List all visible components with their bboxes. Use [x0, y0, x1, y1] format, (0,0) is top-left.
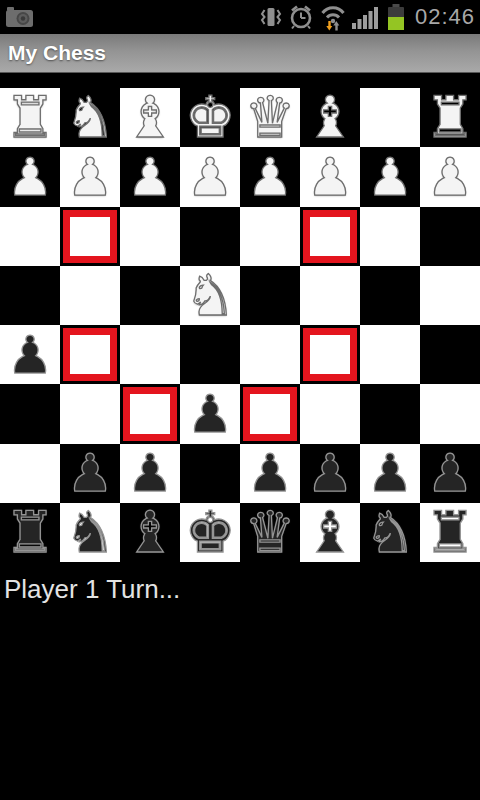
black-pawn: ♟	[67, 447, 114, 499]
legal-move-highlight	[123, 387, 177, 440]
square-r4c3[interactable]	[120, 266, 180, 325]
white-rook: ♜	[424, 89, 475, 146]
square-r2c5[interactable]: ♟	[240, 147, 300, 206]
white-pawn: ♟	[127, 151, 174, 203]
square-r4c4[interactable]: ♞	[180, 266, 240, 325]
square-r7c8[interactable]: ♟	[420, 444, 480, 503]
square-r6c1[interactable]	[0, 384, 60, 443]
legal-move-highlight	[63, 328, 117, 381]
square-r2c6[interactable]: ♟	[300, 147, 360, 206]
square-r4c1[interactable]	[0, 266, 60, 325]
square-r8c2[interactable]: ♞	[60, 503, 120, 562]
square-r7c1[interactable]	[0, 444, 60, 503]
white-knight: ♞	[184, 267, 235, 324]
alarm-clock-icon	[288, 4, 314, 30]
square-r2c7[interactable]: ♟	[360, 147, 420, 206]
white-pawn: ♟	[187, 151, 234, 203]
square-r3c8[interactable]	[420, 207, 480, 266]
square-r1c6[interactable]: ♝	[300, 88, 360, 147]
square-r7c6[interactable]: ♟	[300, 444, 360, 503]
square-r6c6[interactable]	[300, 384, 360, 443]
square-r5c2[interactable]	[60, 325, 120, 384]
square-r2c8[interactable]: ♟	[420, 147, 480, 206]
square-r8c6[interactable]: ♝	[300, 503, 360, 562]
black-pawn: ♟	[187, 388, 234, 440]
square-r4c6[interactable]	[300, 266, 360, 325]
black-pawn: ♟	[7, 329, 54, 381]
square-r3c7[interactable]	[360, 207, 420, 266]
square-r5c5[interactable]	[240, 325, 300, 384]
square-r5c3[interactable]	[120, 325, 180, 384]
legal-move-highlight	[303, 210, 357, 263]
white-pawn: ♟	[7, 151, 54, 203]
square-r1c4[interactable]: ♚	[180, 88, 240, 147]
square-r1c5[interactable]: ♛	[240, 88, 300, 147]
status-bar: 02:46	[0, 0, 480, 34]
camera-icon	[5, 6, 35, 28]
square-r3c2[interactable]	[60, 207, 120, 266]
square-r3c5[interactable]	[240, 207, 300, 266]
square-r2c2[interactable]: ♟	[60, 147, 120, 206]
black-bishop: ♝	[124, 504, 175, 561]
square-r6c5[interactable]	[240, 384, 300, 443]
square-r6c4[interactable]: ♟	[180, 384, 240, 443]
square-r2c3[interactable]: ♟	[120, 147, 180, 206]
app-title: My Chess	[0, 41, 106, 65]
signal-strength-icon	[352, 5, 382, 30]
turn-status-text: Player 1 Turn...	[0, 562, 480, 605]
legal-move-highlight	[63, 210, 117, 263]
square-r3c3[interactable]	[120, 207, 180, 266]
square-r7c2[interactable]: ♟	[60, 444, 120, 503]
white-queen: ♛	[244, 89, 295, 146]
black-pawn: ♟	[427, 447, 474, 499]
square-r5c6[interactable]	[300, 325, 360, 384]
square-r1c1[interactable]: ♜	[0, 88, 60, 147]
black-pawn: ♟	[307, 447, 354, 499]
square-r8c3[interactable]: ♝	[120, 503, 180, 562]
status-bar-left	[5, 6, 35, 28]
legal-move-highlight	[243, 387, 297, 440]
square-r6c7[interactable]	[360, 384, 420, 443]
square-r3c4[interactable]	[180, 207, 240, 266]
square-r4c7[interactable]	[360, 266, 420, 325]
square-r7c3[interactable]: ♟	[120, 444, 180, 503]
square-r3c6[interactable]	[300, 207, 360, 266]
square-r4c8[interactable]	[420, 266, 480, 325]
legal-move-highlight	[303, 328, 357, 381]
square-r6c3[interactable]	[120, 384, 180, 443]
square-r8c4[interactable]: ♚	[180, 503, 240, 562]
white-pawn: ♟	[367, 151, 414, 203]
square-r5c4[interactable]	[180, 325, 240, 384]
black-pawn: ♟	[247, 447, 294, 499]
square-r7c7[interactable]: ♟	[360, 444, 420, 503]
white-pawn: ♟	[307, 151, 354, 203]
square-r2c1[interactable]: ♟	[0, 147, 60, 206]
white-bishop: ♝	[304, 89, 355, 146]
black-knight: ♞	[364, 504, 415, 561]
status-bar-right: 02:46	[259, 4, 475, 31]
square-r6c2[interactable]	[60, 384, 120, 443]
white-rook: ♜	[4, 89, 55, 146]
white-knight: ♞	[64, 89, 115, 146]
square-r8c1[interactable]: ♜	[0, 503, 60, 562]
black-queen: ♛	[244, 504, 295, 561]
white-pawn: ♟	[67, 151, 114, 203]
square-r7c5[interactable]: ♟	[240, 444, 300, 503]
black-rook: ♜	[4, 504, 55, 561]
square-r5c7[interactable]	[360, 325, 420, 384]
square-r4c5[interactable]	[240, 266, 300, 325]
title-bar: My Chess	[0, 34, 480, 73]
square-r3c1[interactable]	[0, 207, 60, 266]
square-r8c7[interactable]: ♞	[360, 503, 420, 562]
square-r5c1[interactable]: ♟	[0, 325, 60, 384]
square-r2c4[interactable]: ♟	[180, 147, 240, 206]
battery-icon	[387, 4, 405, 31]
square-r1c2[interactable]: ♞	[60, 88, 120, 147]
black-pawn: ♟	[127, 447, 174, 499]
black-bishop: ♝	[304, 504, 355, 561]
white-pawn: ♟	[247, 151, 294, 203]
square-r8c8[interactable]: ♜	[420, 503, 480, 562]
chess-board[interactable]: ♜♞♝♚♛♝♜♟♟♟♟♟♟♟♟♞♟♟♟♟♟♟♟♟♜♞♝♚♛♝♞♜	[0, 88, 480, 562]
vibrate-icon	[259, 4, 283, 30]
black-king: ♚	[184, 504, 235, 561]
square-r1c8[interactable]: ♜	[420, 88, 480, 147]
black-pawn: ♟	[367, 447, 414, 499]
square-r7c4[interactable]	[180, 444, 240, 503]
black-rook: ♜	[424, 504, 475, 561]
black-knight: ♞	[64, 504, 115, 561]
square-r8c5[interactable]: ♛	[240, 503, 300, 562]
white-bishop: ♝	[124, 89, 175, 146]
square-r5c8[interactable]	[420, 325, 480, 384]
square-r6c8[interactable]	[420, 384, 480, 443]
square-r1c3[interactable]: ♝	[120, 88, 180, 147]
white-pawn: ♟	[427, 151, 474, 203]
square-r1c7[interactable]	[360, 88, 420, 147]
clock-time: 02:46	[415, 4, 475, 30]
square-r4c2[interactable]	[60, 266, 120, 325]
app-screen: 02:46 My Chess ♜♞♝♚♛♝♜♟♟♟♟♟♟♟♟♞♟♟♟♟♟♟♟♟♜…	[0, 0, 480, 800]
white-king: ♚	[184, 89, 235, 146]
wifi-updown-icon	[319, 4, 347, 31]
